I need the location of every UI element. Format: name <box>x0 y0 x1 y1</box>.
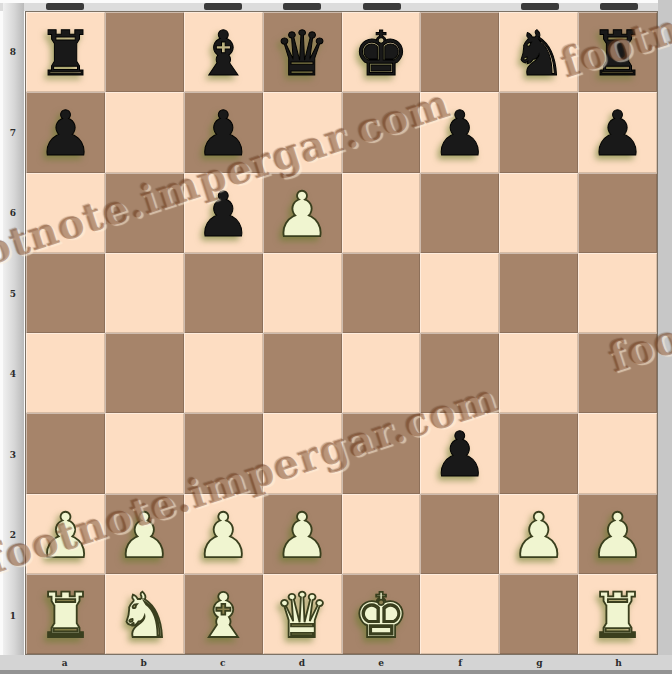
frame-left-strip <box>3 3 24 669</box>
rank-label-1: 1 <box>5 611 21 621</box>
rank-label-4: 4 <box>5 369 21 379</box>
file-label-d: d <box>294 658 310 668</box>
black-king-piece: ♚ <box>353 23 409 85</box>
square-f7: ♟ <box>420 92 499 172</box>
square-b7 <box>105 92 184 172</box>
white-pawn-piece: ♟ <box>274 505 330 567</box>
frame-top-strip <box>0 3 672 11</box>
square-h6 <box>578 173 657 253</box>
cropped-piece-top-mark <box>363 3 401 10</box>
square-d4 <box>263 333 342 413</box>
white-knight-piece: ♞ <box>117 585 173 647</box>
square-d6: ♟ <box>263 173 342 253</box>
square-d7 <box>263 92 342 172</box>
square-b8 <box>105 12 184 92</box>
white-pawn-piece: ♟ <box>195 505 251 567</box>
square-c4 <box>184 333 263 413</box>
square-f8 <box>420 12 499 92</box>
black-pawn-piece: ♟ <box>590 103 646 165</box>
square-a6 <box>26 173 105 253</box>
square-e8: ♚ <box>342 12 421 92</box>
black-rook-piece: ♜ <box>38 23 94 85</box>
file-label-a: a <box>57 658 73 668</box>
white-rook-piece: ♜ <box>590 585 646 647</box>
square-b1: ♞ <box>105 574 184 654</box>
square-b5 <box>105 253 184 333</box>
square-f6 <box>420 173 499 253</box>
file-label-f: f <box>452 658 468 668</box>
square-f4 <box>420 333 499 413</box>
square-c2: ♟ <box>184 494 263 574</box>
square-f3: ♟ <box>420 413 499 493</box>
square-e3 <box>342 413 421 493</box>
black-pawn-piece: ♟ <box>38 103 94 165</box>
square-g5 <box>499 253 578 333</box>
square-a2: ♟ <box>26 494 105 574</box>
black-knight-piece: ♞ <box>511 23 567 85</box>
square-h2: ♟ <box>578 494 657 574</box>
square-d2: ♟ <box>263 494 342 574</box>
black-pawn-piece: ♟ <box>195 103 251 165</box>
square-f1 <box>420 574 499 654</box>
frame-right-strip <box>658 0 672 674</box>
white-bishop-piece: ♝ <box>195 585 251 647</box>
square-e4 <box>342 333 421 413</box>
square-b2: ♟ <box>105 494 184 574</box>
square-g2: ♟ <box>499 494 578 574</box>
black-pawn-piece: ♟ <box>432 424 488 486</box>
square-a8: ♜ <box>26 12 105 92</box>
white-pawn-piece: ♟ <box>590 505 646 567</box>
black-bishop-piece: ♝ <box>195 23 251 85</box>
square-a7: ♟ <box>26 92 105 172</box>
square-h5 <box>578 253 657 333</box>
square-e5 <box>342 253 421 333</box>
square-f2 <box>420 494 499 574</box>
white-pawn-piece: ♟ <box>274 184 330 246</box>
file-label-e: e <box>373 658 389 668</box>
rank-label-2: 2 <box>5 530 21 540</box>
cropped-piece-top-mark <box>204 3 242 10</box>
rank-label-6: 6 <box>5 208 21 218</box>
cropped-piece-top-mark <box>46 3 84 10</box>
black-pawn-piece: ♟ <box>432 103 488 165</box>
square-e6 <box>342 173 421 253</box>
frame-bottom-strip <box>0 655 672 674</box>
cropped-piece-top-mark <box>600 3 638 10</box>
white-pawn-piece: ♟ <box>38 505 94 567</box>
white-rook-piece: ♜ <box>38 585 94 647</box>
square-e2 <box>342 494 421 574</box>
square-h1: ♜ <box>578 574 657 654</box>
rank-label-8: 8 <box>5 47 21 57</box>
square-a3 <box>26 413 105 493</box>
square-h4 <box>578 333 657 413</box>
white-pawn-piece: ♟ <box>117 505 173 567</box>
black-queen-piece: ♛ <box>274 23 330 85</box>
cropped-piece-top-mark <box>521 3 559 10</box>
file-label-g: g <box>531 658 547 668</box>
square-d3 <box>263 413 342 493</box>
square-c5 <box>184 253 263 333</box>
square-e7 <box>342 92 421 172</box>
rank-label-3: 3 <box>5 450 21 460</box>
file-label-h: h <box>610 658 626 668</box>
square-c6: ♟ <box>184 173 263 253</box>
square-f5 <box>420 253 499 333</box>
file-label-c: c <box>215 658 231 668</box>
square-g7 <box>499 92 578 172</box>
square-d1: ♛ <box>263 574 342 654</box>
square-d8: ♛ <box>263 12 342 92</box>
square-g1 <box>499 574 578 654</box>
square-b4 <box>105 333 184 413</box>
square-c7: ♟ <box>184 92 263 172</box>
square-g4 <box>499 333 578 413</box>
square-c1: ♝ <box>184 574 263 654</box>
rank-label-5: 5 <box>5 289 21 299</box>
white-pawn-piece: ♟ <box>511 505 567 567</box>
square-g8: ♞ <box>499 12 578 92</box>
square-b6 <box>105 173 184 253</box>
chess-board: ♜♝♛♚♞♜♟♟♟♟♟♟♟♟♟♟♟♟♟♜♞♝♛♚♜ <box>25 11 658 655</box>
square-d5 <box>263 253 342 333</box>
file-label-b: b <box>136 658 152 668</box>
square-e1: ♚ <box>342 574 421 654</box>
square-h7: ♟ <box>578 92 657 172</box>
square-a4 <box>26 333 105 413</box>
square-g3 <box>499 413 578 493</box>
black-pawn-piece: ♟ <box>195 184 251 246</box>
rank-label-7: 7 <box>5 128 21 138</box>
square-h3 <box>578 413 657 493</box>
square-b3 <box>105 413 184 493</box>
black-rook-piece: ♜ <box>590 23 646 85</box>
square-c8: ♝ <box>184 12 263 92</box>
square-a5 <box>26 253 105 333</box>
square-g6 <box>499 173 578 253</box>
square-a1: ♜ <box>26 574 105 654</box>
cropped-piece-top-mark <box>283 3 321 10</box>
white-king-piece: ♚ <box>353 585 409 647</box>
square-h8: ♜ <box>578 12 657 92</box>
white-queen-piece: ♛ <box>274 585 330 647</box>
square-c3 <box>184 413 263 493</box>
